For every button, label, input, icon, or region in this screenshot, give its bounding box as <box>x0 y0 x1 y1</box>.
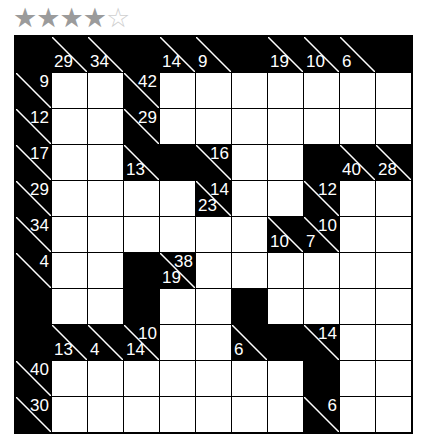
clue-cell-4-0: 29 <box>16 181 51 216</box>
clue-cell-3-5: 16 <box>196 145 231 180</box>
entry-cell-2-1[interactable] <box>52 109 87 144</box>
entry-cell-7-9[interactable] <box>340 289 375 324</box>
entry-cell-8-10[interactable] <box>376 325 411 360</box>
entry-cell-2-4[interactable] <box>160 109 195 144</box>
entry-cell-4-2[interactable] <box>88 181 123 216</box>
down-clue: 40 <box>342 161 361 178</box>
down-clue: 23 <box>198 197 217 214</box>
down-clue: 29 <box>54 53 73 70</box>
entry-cell-3-7[interactable] <box>268 145 303 180</box>
entry-cell-3-6[interactable] <box>232 145 267 180</box>
entry-cell-7-5[interactable] <box>196 289 231 324</box>
entry-cell-10-1[interactable] <box>52 397 87 432</box>
across-clue: 34 <box>30 217 49 234</box>
block-cell-0-0 <box>16 37 51 72</box>
kakuro-page: ★★★★☆ 2934149191069421229171316402829142… <box>0 0 424 442</box>
down-clue: 34 <box>90 53 109 70</box>
entry-cell-6-6[interactable] <box>232 253 267 288</box>
down-clue: 4 <box>90 341 99 358</box>
entry-cell-6-1[interactable] <box>52 253 87 288</box>
entry-cell-5-5[interactable] <box>196 217 231 252</box>
across-clue: 12 <box>318 181 337 198</box>
block-cell-7-0 <box>16 289 51 324</box>
across-clue: 16 <box>210 145 229 162</box>
star-rating: ★★★★☆ <box>13 2 129 34</box>
clue-cell-5-0: 34 <box>16 217 51 252</box>
clue-cell-1-0: 9 <box>16 73 51 108</box>
entry-cell-2-7[interactable] <box>268 109 303 144</box>
entry-cell-8-5[interactable] <box>196 325 231 360</box>
entry-cell-9-2[interactable] <box>88 361 123 396</box>
down-clue: 6 <box>342 53 351 70</box>
clue-cell-2-3: 29 <box>124 109 159 144</box>
star-filled-icon: ★ <box>36 3 59 33</box>
clue-cell-8-2: 4 <box>88 325 123 360</box>
block-cell-9-8 <box>304 361 339 396</box>
block-cell-3-4 <box>160 145 195 180</box>
entry-cell-1-8[interactable] <box>304 73 339 108</box>
across-clue: 40 <box>30 361 49 378</box>
entry-cell-4-3[interactable] <box>124 181 159 216</box>
entry-cell-6-2[interactable] <box>88 253 123 288</box>
clue-cell-5-8: 107 <box>304 217 339 252</box>
entry-cell-6-5[interactable] <box>196 253 231 288</box>
entry-cell-8-4[interactable] <box>160 325 195 360</box>
entry-cell-7-7[interactable] <box>268 289 303 324</box>
entry-cell-9-9[interactable] <box>340 361 375 396</box>
entry-cell-6-7[interactable] <box>268 253 303 288</box>
entry-cell-10-3[interactable] <box>124 397 159 432</box>
block-cell-0-6 <box>232 37 267 72</box>
entry-cell-10-9[interactable] <box>340 397 375 432</box>
clue-cell-0-9: 6 <box>340 37 375 72</box>
entry-cell-4-9[interactable] <box>340 181 375 216</box>
clue-cell-9-0: 40 <box>16 361 51 396</box>
block-cell-8-0 <box>16 325 51 360</box>
star-empty-icon: ☆ <box>106 3 129 33</box>
block-cell-8-7 <box>268 325 303 360</box>
entry-cell-9-1[interactable] <box>52 361 87 396</box>
kakuro-board: 2934149191069421229171316402829142312341… <box>14 35 413 434</box>
across-clue: 42 <box>138 73 157 90</box>
entry-cell-7-1[interactable] <box>52 289 87 324</box>
clue-cell-3-10: 28 <box>376 145 411 180</box>
entry-cell-4-1[interactable] <box>52 181 87 216</box>
across-clue: 30 <box>30 397 49 414</box>
clue-cell-0-7: 19 <box>268 37 303 72</box>
entry-cell-1-4[interactable] <box>160 73 195 108</box>
across-clue: 17 <box>30 145 49 162</box>
star-filled-icon: ★ <box>13 3 36 33</box>
entry-cell-4-6[interactable] <box>232 181 267 216</box>
entry-cell-5-4[interactable] <box>160 217 195 252</box>
across-clue: 10 <box>318 217 337 234</box>
block-cell-0-3 <box>124 37 159 72</box>
down-clue: 13 <box>54 341 73 358</box>
block-cell-3-8 <box>304 145 339 180</box>
entry-cell-9-4[interactable] <box>160 361 195 396</box>
entry-cell-1-7[interactable] <box>268 73 303 108</box>
clue-cell-8-8: 14 <box>304 325 339 360</box>
entry-cell-6-8[interactable] <box>304 253 339 288</box>
entry-cell-1-5[interactable] <box>196 73 231 108</box>
clue-cell-0-4: 14 <box>160 37 195 72</box>
clue-cell-2-0: 12 <box>16 109 51 144</box>
entry-cell-10-6[interactable] <box>232 397 267 432</box>
entry-cell-2-6[interactable] <box>232 109 267 144</box>
entry-cell-9-6[interactable] <box>232 361 267 396</box>
entry-cell-5-6[interactable] <box>232 217 267 252</box>
clue-cell-0-1: 29 <box>52 37 87 72</box>
across-clue: 6 <box>328 397 337 414</box>
across-clue: 4 <box>40 253 49 270</box>
entry-cell-1-9[interactable] <box>340 73 375 108</box>
clue-cell-4-5: 1423 <box>196 181 231 216</box>
clue-cell-3-0: 17 <box>16 145 51 180</box>
across-clue: 29 <box>30 181 49 198</box>
down-clue: 19 <box>270 53 289 70</box>
clue-cell-5-7: 10 <box>268 217 303 252</box>
entry-cell-2-5[interactable] <box>196 109 231 144</box>
entry-cell-10-2[interactable] <box>88 397 123 432</box>
block-cell-7-3 <box>124 289 159 324</box>
entry-cell-2-8[interactable] <box>304 109 339 144</box>
clue-cell-4-8: 12 <box>304 181 339 216</box>
down-clue: 6 <box>234 341 243 358</box>
across-clue: 9 <box>40 73 49 90</box>
entry-cell-1-10[interactable] <box>376 73 411 108</box>
entry-cell-1-1[interactable] <box>52 73 87 108</box>
clue-cell-0-8: 10 <box>304 37 339 72</box>
block-cell-6-3 <box>124 253 159 288</box>
down-clue: 14 <box>162 53 181 70</box>
clue-cell-6-4: 3819 <box>160 253 195 288</box>
entry-cell-9-7[interactable] <box>268 361 303 396</box>
clue-cell-0-5: 9 <box>196 37 231 72</box>
clue-cell-3-3: 13 <box>124 145 159 180</box>
clue-cell-1-3: 42 <box>124 73 159 108</box>
entry-cell-5-10[interactable] <box>376 217 411 252</box>
entry-cell-4-10[interactable] <box>376 181 411 216</box>
down-clue: 14 <box>126 341 145 358</box>
clue-cell-10-0: 30 <box>16 397 51 432</box>
entry-cell-9-3[interactable] <box>124 361 159 396</box>
entry-cell-9-10[interactable] <box>376 361 411 396</box>
entry-cell-7-10[interactable] <box>376 289 411 324</box>
entry-cell-10-10[interactable] <box>376 397 411 432</box>
down-clue: 10 <box>270 233 289 250</box>
entry-cell-3-2[interactable] <box>88 145 123 180</box>
across-clue: 29 <box>138 109 157 126</box>
entry-cell-10-4[interactable] <box>160 397 195 432</box>
entry-cell-4-7[interactable] <box>268 181 303 216</box>
entry-cell-2-9[interactable] <box>340 109 375 144</box>
across-clue: 14 <box>318 325 337 342</box>
entry-cell-4-4[interactable] <box>160 181 195 216</box>
clue-cell-8-6: 6 <box>232 325 267 360</box>
entry-cell-7-4[interactable] <box>160 289 195 324</box>
down-clue: 19 <box>162 269 181 286</box>
entry-cell-8-9[interactable] <box>340 325 375 360</box>
entry-cell-2-2[interactable] <box>88 109 123 144</box>
entry-cell-6-9[interactable] <box>340 253 375 288</box>
entry-cell-3-1[interactable] <box>52 145 87 180</box>
star-filled-icon: ★ <box>83 3 106 33</box>
clue-cell-0-2: 34 <box>88 37 123 72</box>
clue-cell-8-1: 13 <box>52 325 87 360</box>
down-clue: 9 <box>198 53 207 70</box>
clue-cell-6-0: 4 <box>16 253 51 288</box>
down-clue: 28 <box>378 161 397 178</box>
entry-cell-5-3[interactable] <box>124 217 159 252</box>
entry-cell-10-7[interactable] <box>268 397 303 432</box>
entry-cell-5-1[interactable] <box>52 217 87 252</box>
entry-cell-10-5[interactable] <box>196 397 231 432</box>
star-filled-icon: ★ <box>59 3 82 33</box>
entry-cell-1-2[interactable] <box>88 73 123 108</box>
across-clue: 12 <box>30 109 49 126</box>
entry-cell-7-2[interactable] <box>88 289 123 324</box>
down-clue: 10 <box>306 53 325 70</box>
block-cell-7-6 <box>232 289 267 324</box>
block-cell-0-10 <box>376 37 411 72</box>
clue-cell-10-8: 6 <box>304 397 339 432</box>
entry-cell-9-5[interactable] <box>196 361 231 396</box>
entry-cell-5-2[interactable] <box>88 217 123 252</box>
entry-cell-5-9[interactable] <box>340 217 375 252</box>
down-clue: 7 <box>306 233 315 250</box>
clue-cell-3-9: 40 <box>340 145 375 180</box>
entry-cell-6-10[interactable] <box>376 253 411 288</box>
entry-cell-1-6[interactable] <box>232 73 267 108</box>
entry-cell-7-8[interactable] <box>304 289 339 324</box>
clue-cell-8-3: 1014 <box>124 325 159 360</box>
down-clue: 13 <box>126 161 145 178</box>
entry-cell-2-10[interactable] <box>376 109 411 144</box>
